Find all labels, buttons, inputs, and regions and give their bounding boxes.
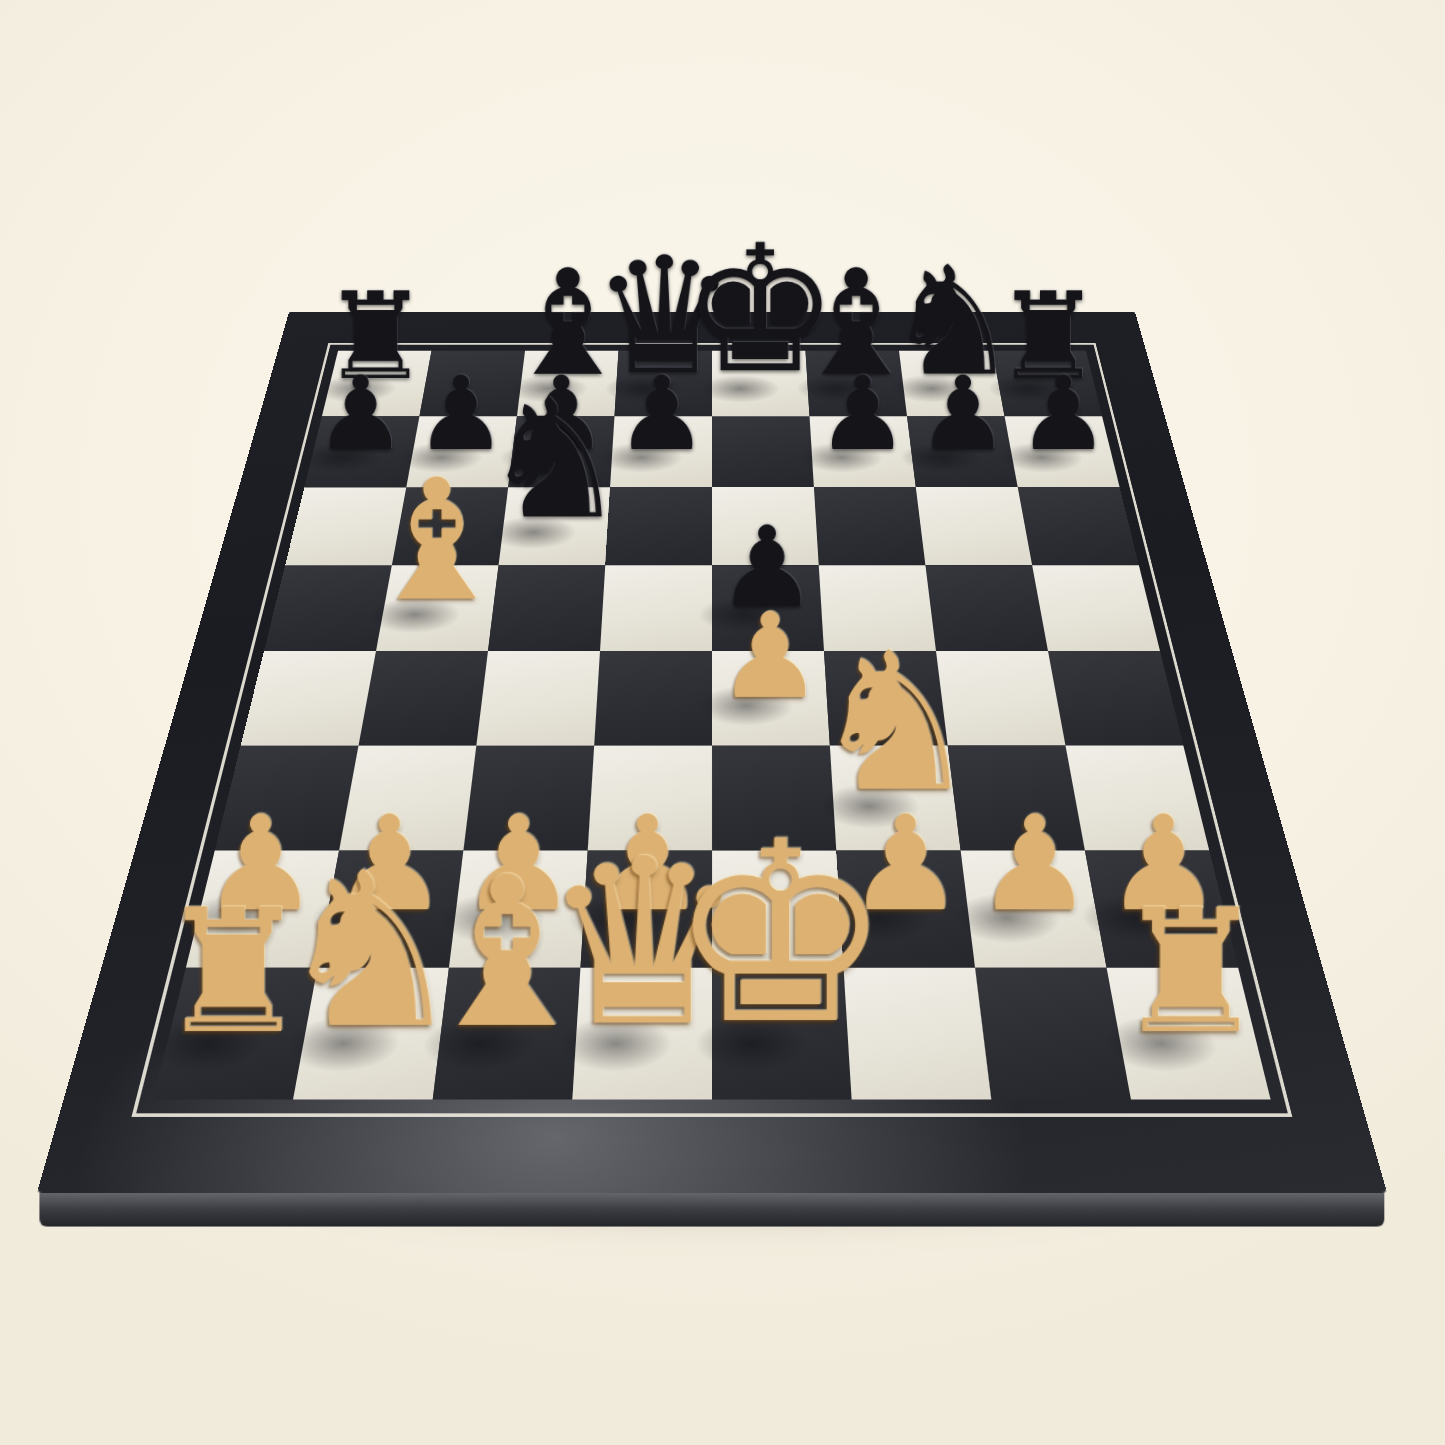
board-front-edge [39,1193,1384,1227]
white-rook-h1[interactable]: ♜ [1114,890,1267,1052]
white-king-e1[interactable]: ♚ [668,815,892,1053]
square-h1[interactable]: ♜ [1107,968,1271,1100]
square-c6[interactable]: ♞ [499,487,611,565]
square-b5[interactable]: ♝ [376,565,499,651]
white-knight-b1[interactable]: ♞ [274,850,466,1053]
square-g6[interactable] [916,487,1032,565]
chessboard-photo-scene: ♜♝♛♚♝♞♜♟♟♟♟♟♟♟♞♝♟♟♞♟♟♟♟♟♟♟♜♞♝♛♚♜ [0,0,1445,1445]
square-f6[interactable] [814,487,926,565]
square-a4[interactable] [241,651,376,746]
chess-board: ♜♝♛♚♝♞♜♟♟♟♟♟♟♟♞♝♟♟♞♟♟♟♟♟♟♟♜♞♝♛♚♜ [37,312,1387,1193]
white-pawn-e4[interactable]: ♟ [717,600,823,712]
black-pawn-d7[interactable]: ♟ [616,365,708,462]
square-e1[interactable]: ♚ [712,968,852,1100]
square-d5[interactable] [600,565,712,651]
square-h6[interactable] [1018,487,1139,565]
square-c4[interactable] [476,651,600,746]
square-b4[interactable] [359,651,488,746]
black-pawn-h7[interactable]: ♟ [1018,365,1110,462]
black-pawn-g7[interactable]: ♟ [917,365,1009,462]
square-h7[interactable]: ♟ [1005,416,1120,487]
square-h5[interactable] [1032,565,1160,651]
white-bishop-b5[interactable]: ♝ [362,462,512,621]
board-grid: ♜♝♛♚♝♞♜♟♟♟♟♟♟♟♞♝♟♟♞♟♟♟♟♟♟♟♜♞♝♛♚♜ [153,351,1270,1100]
white-pawn-g2[interactable]: ♟ [976,802,1094,927]
black-pawn-f7[interactable]: ♟ [817,365,909,462]
square-h4[interactable] [1048,651,1183,746]
